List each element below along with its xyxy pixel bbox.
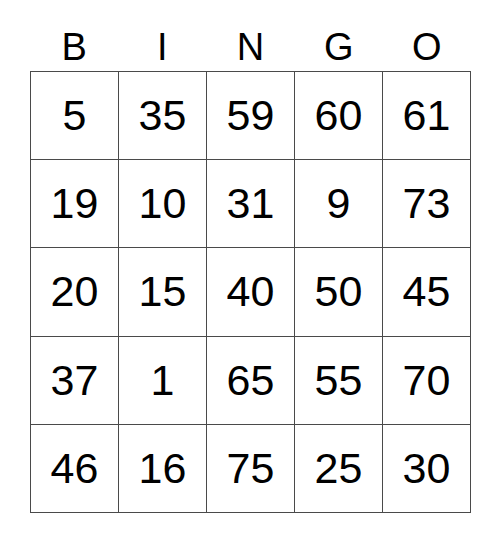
bingo-cell-r2c1[interactable]: 19 [30, 159, 118, 247]
bingo-cell-r5c3[interactable]: 75 [206, 424, 294, 512]
header-letter-n: N [206, 0, 294, 71]
bingo-cell-r3c5[interactable]: 45 [382, 247, 470, 335]
bingo-cell-r1c2[interactable]: 35 [118, 71, 206, 159]
bingo-cell-r4c4[interactable]: 55 [294, 336, 382, 424]
bingo-cell-r1c4[interactable]: 60 [294, 71, 382, 159]
header-letter-g: G [295, 0, 383, 71]
header-letter-b: B [30, 0, 118, 71]
header-letter-i: I [118, 0, 206, 71]
bingo-cell-r2c5[interactable]: 73 [382, 159, 470, 247]
bingo-cell-r3c3[interactable]: 40 [206, 247, 294, 335]
bingo-cell-r4c2[interactable]: 1 [118, 336, 206, 424]
bingo-grid: 5 35 59 60 61 19 10 31 9 73 20 15 40 50 … [30, 71, 471, 513]
bingo-cell-r3c4[interactable]: 50 [294, 247, 382, 335]
bingo-cell-r2c2[interactable]: 10 [118, 159, 206, 247]
bingo-cell-r3c1[interactable]: 20 [30, 247, 118, 335]
bingo-cell-r2c4[interactable]: 9 [294, 159, 382, 247]
bingo-cell-r5c2[interactable]: 16 [118, 424, 206, 512]
bingo-cell-r4c5[interactable]: 70 [382, 336, 470, 424]
bingo-cell-r1c5[interactable]: 61 [382, 71, 470, 159]
bingo-cell-r4c1[interactable]: 37 [30, 336, 118, 424]
bingo-cell-r1c3[interactable]: 59 [206, 71, 294, 159]
header-letter-o: O [383, 0, 471, 71]
bingo-cell-r5c5[interactable]: 30 [382, 424, 470, 512]
bingo-cell-r1c1[interactable]: 5 [30, 71, 118, 159]
bingo-cell-r5c1[interactable]: 46 [30, 424, 118, 512]
bingo-cell-r3c2[interactable]: 15 [118, 247, 206, 335]
bingo-card: B I N G O 5 35 59 60 61 19 10 31 9 73 20… [30, 0, 471, 513]
bingo-cell-r4c3[interactable]: 65 [206, 336, 294, 424]
bingo-cell-r5c4[interactable]: 25 [294, 424, 382, 512]
bingo-header-row: B I N G O [30, 0, 471, 71]
bingo-cell-r2c3[interactable]: 31 [206, 159, 294, 247]
